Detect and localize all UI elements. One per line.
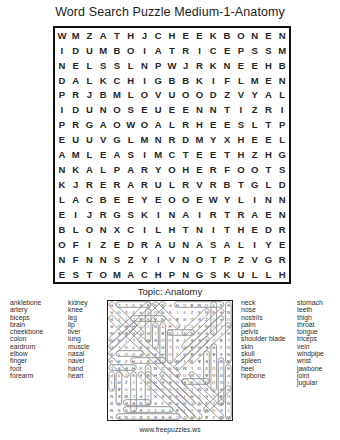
word-item: hand <box>68 365 90 372</box>
grid-cell: W <box>206 192 220 207</box>
grid-cell: L <box>124 58 138 73</box>
grid-cell: G <box>248 177 262 192</box>
grid-cell: L <box>151 222 165 237</box>
word-item: heart <box>68 372 90 379</box>
grid-cell: S <box>234 118 248 133</box>
word-item: stomach <box>297 299 324 306</box>
grid-cell: I <box>138 43 152 58</box>
grid-cell: E <box>220 118 234 133</box>
word-item: neck <box>241 299 286 306</box>
grid-cell: S <box>206 237 220 252</box>
word-item: skin <box>241 343 286 350</box>
grid-cell: M <box>69 28 83 43</box>
grid-cell: J <box>69 177 83 192</box>
grid-cell: L <box>261 267 275 282</box>
grid-cell: Y <box>151 162 165 177</box>
grid-cell: E <box>96 177 110 192</box>
grid-cell: M <box>138 133 152 148</box>
grid-cell: H <box>151 267 165 282</box>
grid-cell: Z <box>234 252 248 267</box>
word-item: nose <box>241 306 286 313</box>
grid-cell: U <box>234 267 248 282</box>
grid-cell: L <box>248 267 262 282</box>
grid-cell: R <box>193 58 207 73</box>
grid-cell: Y <box>206 133 220 148</box>
word-item: artery <box>10 306 43 313</box>
word-item: eardrum <box>10 343 43 350</box>
word-item: joint <box>297 372 324 379</box>
grid-cell: K <box>206 28 220 43</box>
grid-cell: B <box>96 88 110 103</box>
word-item: knee <box>68 306 90 313</box>
grid-cell: H <box>165 28 179 43</box>
grid-cell: R <box>69 118 83 133</box>
grid-cell: M <box>110 267 124 282</box>
solution-mark <box>204 386 232 413</box>
grid-cell: E <box>248 58 262 73</box>
grid-cell: L <box>83 148 97 163</box>
grid-cell: N <box>179 252 193 267</box>
grid-cell: E <box>69 58 83 73</box>
grid-cell: H <box>179 162 193 177</box>
grid-cell: G <box>193 267 207 282</box>
grid-cell: E <box>179 28 193 43</box>
grid-cell: C <box>138 267 152 282</box>
grid-cell: L <box>275 133 289 148</box>
grid-cell: N <box>220 58 234 73</box>
grid-cell: N <box>193 222 207 237</box>
grid-cell: C <box>110 73 124 88</box>
word-item: lung <box>68 335 90 342</box>
solution-mark <box>226 302 232 364</box>
word-item: thigh <box>297 314 324 321</box>
word-item: brain <box>10 321 43 328</box>
grid-cell: C <box>206 43 220 58</box>
grid-cell: L <box>234 73 248 88</box>
grid-cell: I <box>193 43 207 58</box>
grid-cell: R <box>138 177 152 192</box>
word-item: palm <box>241 321 286 328</box>
grid-cell: S <box>261 43 275 58</box>
word-item: jugular <box>297 379 324 386</box>
grid-cell: O <box>165 162 179 177</box>
grid-cell: S <box>110 58 124 73</box>
grid-cell: J <box>83 207 97 222</box>
grid-cell: B <box>55 222 69 237</box>
grid-cell: E <box>179 103 193 118</box>
grid-cell: N <box>165 207 179 222</box>
grid-cell: O <box>165 192 179 207</box>
solution-mark <box>182 309 210 336</box>
grid-cell: L <box>83 58 97 73</box>
grid-cell: U <box>83 133 97 148</box>
grid-cell: I <box>248 192 262 207</box>
grid-cell: R <box>179 43 193 58</box>
grid-cell: O <box>179 192 193 207</box>
word-item: windpipe <box>297 350 324 357</box>
grid-cell: P <box>110 162 124 177</box>
grid-cell: R <box>179 118 193 133</box>
grid-cell: S <box>124 207 138 222</box>
grid-cell: L <box>96 162 110 177</box>
grid-cell: E <box>193 28 207 43</box>
grid-cell: R <box>275 222 289 237</box>
grid-cell: I <box>83 237 97 252</box>
grid-cell: E <box>124 192 138 207</box>
word-item: spleen <box>241 357 286 364</box>
grid-cell: M <box>110 88 124 103</box>
grid-cell: N <box>261 192 275 207</box>
solution-marks <box>108 301 232 420</box>
grid-cell: L <box>234 192 248 207</box>
grid-cell: F <box>220 162 234 177</box>
grid-cell: T <box>179 222 193 237</box>
grid-cell: F <box>69 252 83 267</box>
word-item: biceps <box>10 314 43 321</box>
grid-cell: U <box>151 177 165 192</box>
grid-cell: E <box>206 118 220 133</box>
grid-cell: H <box>124 28 138 43</box>
grid-cell: L <box>234 237 248 252</box>
grid-cell: E <box>151 192 165 207</box>
grid-cell: E <box>55 267 69 282</box>
word-item: hipbone <box>241 372 286 379</box>
grid-cell: T <box>83 267 97 282</box>
grid-cell: P <box>234 43 248 58</box>
grid-cell: N <box>55 252 69 267</box>
grid-cell: Z <box>248 148 262 163</box>
grid-cell: T <box>206 252 220 267</box>
grid-cell: O <box>248 162 262 177</box>
solution-mark <box>189 323 231 364</box>
grid-cell: S <box>275 162 289 177</box>
grid-cell: E <box>275 237 289 252</box>
grid-cell: E <box>261 73 275 88</box>
grid-cell: K <box>55 177 69 192</box>
grid-cell: F <box>69 237 83 252</box>
grid-cell: I <box>151 207 165 222</box>
grid-cell: O <box>138 118 152 133</box>
grid-cell: C <box>165 148 179 163</box>
grid-cell: O <box>96 267 110 282</box>
grid-cell: A <box>261 88 275 103</box>
grid-cell: R <box>179 177 193 192</box>
grid-cell: H <box>124 73 138 88</box>
grid-cell: H <box>234 222 248 237</box>
grid-cell: A <box>83 162 97 177</box>
solution-mark <box>182 309 224 350</box>
grid-cell: E <box>261 207 275 222</box>
grid-cell: D <box>124 237 138 252</box>
grid-cell: G <box>275 148 289 163</box>
grid-cell: O <box>138 88 152 103</box>
grid-cell: O <box>124 43 138 58</box>
grid-cell: A <box>69 192 83 207</box>
grid-cell: S <box>124 148 138 163</box>
grid-cell: M <box>69 148 83 163</box>
grid-cell: O <box>234 162 248 177</box>
grid-cell: R <box>206 162 220 177</box>
grid-cell: E <box>55 207 69 222</box>
grid-cell: V <box>248 252 262 267</box>
grid-cell: J <box>83 88 97 103</box>
grid-cell: Y <box>138 252 152 267</box>
grid-cell: E <box>234 58 248 73</box>
grid-cell: D <box>55 73 69 88</box>
grid-cell: H <box>261 58 275 73</box>
grid-cell: R <box>165 133 179 148</box>
grid-cell: S <box>110 252 124 267</box>
puzzle-title: Word Search Puzzle Medium-1-Anatomy <box>0 5 340 19</box>
word-item: finger <box>10 357 43 364</box>
grid-cell: W <box>165 58 179 73</box>
grid-cell: I <box>234 103 248 118</box>
grid-cell: N <box>206 103 220 118</box>
grid-cell: H <box>193 118 207 133</box>
grid-cell: L <box>55 192 69 207</box>
word-item: skull <box>241 350 286 357</box>
grid-cell: M <box>193 133 207 148</box>
grid-cell: O <box>110 118 124 133</box>
word-list-column-2: kidneykneeleglipliverlungmusclenasalnave… <box>68 299 90 379</box>
grid-cell: B <box>165 73 179 88</box>
grid-cell: E <box>193 148 207 163</box>
grid-cell: C <box>83 192 97 207</box>
grid-cell: P <box>55 88 69 103</box>
word-item: nasal <box>68 350 90 357</box>
grid-cell: L <box>275 88 289 103</box>
grid-cell: A <box>55 148 69 163</box>
grid-cell: N <box>179 267 193 282</box>
grid-cell: A <box>69 73 83 88</box>
grid-cell: I <box>69 207 83 222</box>
grid-cell: I <box>55 43 69 58</box>
grid-cell: I <box>55 103 69 118</box>
grid-cell: U <box>151 103 165 118</box>
grid-cell: O <box>193 252 207 267</box>
grid-cell: R <box>206 207 220 222</box>
grid-cell: A <box>220 237 234 252</box>
grid-cell: L <box>69 222 83 237</box>
word-item: foot <box>10 365 43 372</box>
grid-cell: V <box>234 88 248 103</box>
grid-cell: R <box>261 103 275 118</box>
grid-cell: V <box>151 88 165 103</box>
word-item: triceps <box>297 335 324 342</box>
grid-cell: J <box>138 28 152 43</box>
grid-cell: D <box>69 103 83 118</box>
grid-cell: N <box>96 103 110 118</box>
word-item: cheekbone <box>10 328 43 335</box>
grid-cell: B <box>179 73 193 88</box>
solution-mark <box>109 302 144 336</box>
grid-cell: M <box>151 148 165 163</box>
word-list-column-4: stomachteeththighthroattonguetricepsvein… <box>297 299 324 387</box>
grid-cell: M <box>248 73 262 88</box>
solution-mark <box>116 372 122 406</box>
word-item: kidney <box>68 299 90 306</box>
grid-cell: N <box>193 103 207 118</box>
grid-cell: N <box>179 237 193 252</box>
grid-cell: H <box>234 148 248 163</box>
grid-cell: O <box>55 237 69 252</box>
word-item: wrist <box>297 357 324 364</box>
grid-cell: J <box>179 58 193 73</box>
grid-cell: E <box>261 133 275 148</box>
grid-cell: Z <box>220 88 234 103</box>
grid-cell: A <box>151 43 165 58</box>
grid-cell: A <box>151 237 165 252</box>
grid-cell: X <box>220 133 234 148</box>
word-item: navel <box>68 357 90 364</box>
grid-cell: K <box>96 73 110 88</box>
grid-cell: E <box>96 148 110 163</box>
grid-cell: T <box>261 162 275 177</box>
website-url: www.freepuzzles.ws <box>0 426 340 433</box>
grid-cell: T <box>261 118 275 133</box>
grid-cell: U <box>69 133 83 148</box>
grid-cell: T <box>179 148 193 163</box>
grid-cell: R <box>69 88 83 103</box>
grid-cell: B <box>96 192 110 207</box>
grid-cell: O <box>234 28 248 43</box>
grid-cell: K <box>206 58 220 73</box>
grid-cell: N <box>275 28 289 43</box>
grid-cell: E <box>206 148 220 163</box>
grid-cell: D <box>69 43 83 58</box>
grid-cell: B <box>220 28 234 43</box>
grid-cell: U <box>83 103 97 118</box>
grid-cell: L <box>165 177 179 192</box>
word-item: nostrils <box>241 314 286 321</box>
word-list-column-1: anklebonearterybicepsbraincheekbonecolon… <box>10 299 43 379</box>
topic-label: Topic: Anatomy <box>0 286 340 297</box>
grid-cell: K <box>220 267 234 282</box>
grid-cell: W <box>124 118 138 133</box>
word-item: forearm <box>10 372 43 379</box>
grid-cell: T <box>220 103 234 118</box>
grid-cell: F <box>220 73 234 88</box>
grid-cell: E <box>193 192 207 207</box>
grid-cell: I <box>138 222 152 237</box>
grid-cell: G <box>261 252 275 267</box>
grid-cell: O <box>83 222 97 237</box>
word-item: liver <box>68 328 90 335</box>
grid-cell: T <box>110 28 124 43</box>
grid-cell: S <box>69 267 83 282</box>
word-item: leg <box>68 314 90 321</box>
grid-cell: E <box>110 192 124 207</box>
grid-cell: W <box>55 28 69 43</box>
grid-cell: E <box>248 222 262 237</box>
grid-cell: T <box>165 43 179 58</box>
grid-cell: U <box>165 88 179 103</box>
grid-cell: Y <box>220 192 234 207</box>
grid-cell: A <box>96 28 110 43</box>
solution-mark <box>211 302 217 336</box>
grid-cell: N <box>55 162 69 177</box>
grid-cell: D <box>261 222 275 237</box>
grid-cell: X <box>110 222 124 237</box>
grid-cell: D <box>179 133 193 148</box>
grid-cell: H <box>234 133 248 148</box>
grid-cell: L <box>248 118 262 133</box>
word-item: teeth <box>297 306 324 313</box>
grid-cell: R <box>234 207 248 222</box>
solution-mark <box>153 323 159 350</box>
word-item: shoulder blade <box>241 335 286 342</box>
word-item: elbow <box>10 350 43 357</box>
solution-mark <box>109 323 137 350</box>
grid-cell: R <box>96 207 110 222</box>
grid-cell: E <box>110 237 124 252</box>
solution-mark <box>138 337 180 378</box>
grid-cell: R <box>138 237 152 252</box>
grid-cell: K <box>138 207 152 222</box>
grid-cell: M <box>275 43 289 58</box>
grid-cell: L <box>124 88 138 103</box>
grid-cell: S <box>124 103 138 118</box>
word-item: tongue <box>297 328 324 335</box>
grid-cell: L <box>83 73 97 88</box>
word-item: throat <box>297 321 324 328</box>
grid-cell: A <box>124 162 138 177</box>
grid-cell: A <box>179 207 193 222</box>
grid-cell: N <box>83 252 97 267</box>
grid-cell: N <box>151 133 165 148</box>
grid-cell: L <box>124 133 138 148</box>
grid-cell: R <box>206 177 220 192</box>
word-item: vein <box>297 343 324 350</box>
grid-cell: A <box>248 207 262 222</box>
puzzle-page: { "title": "Word Search Puzzle Medium-1-… <box>0 0 340 440</box>
grid-cell: N <box>138 58 152 73</box>
grid-cell: G <box>110 207 124 222</box>
grid-cell: C <box>124 222 138 237</box>
grid-cell: R <box>275 252 289 267</box>
grid-cell: A <box>151 118 165 133</box>
solution-mark <box>109 358 129 378</box>
grid-cell: A <box>96 118 110 133</box>
grid-cell: P <box>151 58 165 73</box>
grid-cell: Z <box>96 237 110 252</box>
word-item: anklebone <box>10 299 43 306</box>
solution-mark <box>116 414 180 420</box>
grid-cell: G <box>151 73 165 88</box>
grid-cell: V <box>193 177 207 192</box>
grid-cell: I <box>138 148 152 163</box>
word-item: heel <box>241 365 286 372</box>
grid-cell: A <box>193 237 207 252</box>
grid-cell: E <box>165 103 179 118</box>
grid-cell: T <box>234 177 248 192</box>
grid-cell: E <box>193 162 207 177</box>
grid-cell: G <box>83 118 97 133</box>
grid-cell: V <box>96 133 110 148</box>
word-list-column-3: necknosenostrilspalmpelvisshoulder blade… <box>241 299 286 379</box>
grid-cell: V <box>165 252 179 267</box>
solution-mark <box>153 302 181 329</box>
grid-cell: C <box>151 28 165 43</box>
solution-mark <box>145 309 151 343</box>
grid-cell: N <box>55 58 69 73</box>
grid-cell: E <box>138 103 152 118</box>
grid-cell: S <box>206 267 220 282</box>
grid-cell: L <box>165 118 179 133</box>
grid-cell: N <box>275 192 289 207</box>
grid-cell: Z <box>124 252 138 267</box>
solution-mark <box>116 351 144 357</box>
